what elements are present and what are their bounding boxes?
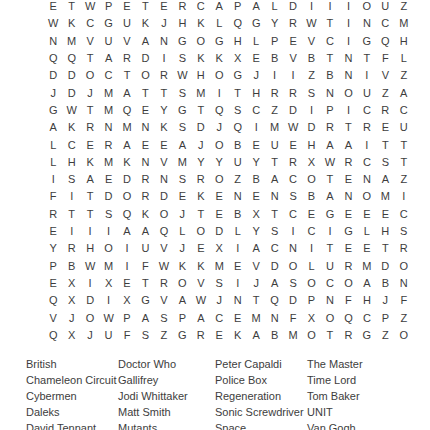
- grid-cell: C: [358, 309, 376, 326]
- grid-cell: C: [62, 136, 80, 153]
- grid-cell: C: [321, 33, 339, 50]
- grid-cell: W: [81, 257, 99, 274]
- word-list-item: Peter Capaldi: [215, 356, 307, 372]
- grid-cell: T: [81, 206, 99, 223]
- grid-cell: A: [118, 223, 136, 240]
- grid-cell: G: [358, 33, 376, 50]
- grid-cell: I: [284, 223, 302, 240]
- grid-cell: E: [376, 119, 394, 136]
- grid-cell: Q: [155, 223, 173, 240]
- grid-cell: R: [321, 119, 339, 136]
- grid-cell: J: [210, 292, 228, 309]
- grid-cell: B: [265, 50, 283, 67]
- grid-cell: F: [395, 292, 413, 309]
- grid-cell: R: [376, 102, 394, 119]
- grid-cell: Y: [247, 154, 265, 171]
- grid-cell: M: [118, 119, 136, 136]
- grid-cell: J: [155, 15, 173, 32]
- grid-cell: Q: [229, 119, 247, 136]
- grid-cell: U: [265, 136, 283, 153]
- grid-cell: M: [99, 257, 117, 274]
- grid-cell: Q: [118, 102, 136, 119]
- word-list-item: British: [26, 356, 118, 372]
- grid-cell: Z: [155, 327, 173, 344]
- grid-cell: T: [395, 136, 413, 153]
- grid-cell: N: [229, 188, 247, 205]
- grid-cell: T: [339, 119, 357, 136]
- word-search-grid: ETWPETERCAPALDIIIOUZWKCGUKJHKLQGYRWTINCM…: [44, 0, 413, 344]
- grid-cell: R: [155, 67, 173, 84]
- grid-cell: G: [210, 33, 228, 50]
- grid-cell: E: [136, 102, 154, 119]
- grid-cell: B: [247, 171, 265, 188]
- grid-cell: M: [265, 119, 283, 136]
- grid-cell: O: [155, 206, 173, 223]
- grid-cell: F: [376, 50, 394, 67]
- grid-cell: I: [99, 223, 117, 240]
- grid-cell: U: [321, 257, 339, 274]
- grid-cell: I: [44, 171, 62, 188]
- grid-cell: E: [339, 206, 357, 223]
- grid-cell: S: [173, 84, 191, 101]
- grid-cell: G: [99, 15, 117, 32]
- grid-cell: L: [395, 50, 413, 67]
- grid-cell: M: [358, 257, 376, 274]
- grid-cell: H: [192, 67, 210, 84]
- grid-cell: W: [81, 0, 99, 15]
- grid-cell: E: [155, 136, 173, 153]
- grid-cell: O: [339, 275, 357, 292]
- grid-cell: W: [155, 257, 173, 274]
- grid-cell: T: [155, 84, 173, 101]
- grid-cell: U: [358, 84, 376, 101]
- grid-cell: U: [99, 33, 117, 50]
- grid-cell: L: [358, 223, 376, 240]
- grid-cell: U: [118, 15, 136, 32]
- grid-cell: W: [173, 67, 191, 84]
- grid-cell: K: [136, 206, 154, 223]
- grid-cell: J: [247, 67, 265, 84]
- grid-cell: P: [229, 0, 247, 15]
- grid-cell: K: [118, 154, 136, 171]
- grid-cell: D: [62, 67, 80, 84]
- grid-cell: W: [192, 292, 210, 309]
- grid-cell: P: [173, 309, 191, 326]
- grid-cell: V: [192, 275, 210, 292]
- grid-cell: A: [118, 136, 136, 153]
- grid-cell: C: [284, 206, 302, 223]
- grid-cell: I: [339, 15, 357, 32]
- word-list-item: Jodi Whittaker: [118, 388, 215, 404]
- grid-cell: B: [229, 206, 247, 223]
- word-list-item: Time Lord: [307, 372, 430, 388]
- grid-cell: T: [62, 206, 80, 223]
- grid-cell: N: [265, 188, 283, 205]
- grid-cell: F: [118, 327, 136, 344]
- grid-cell: R: [192, 171, 210, 188]
- grid-cell: E: [247, 188, 265, 205]
- grid-cell: L: [302, 257, 320, 274]
- grid-cell: S: [173, 119, 191, 136]
- grid-cell: A: [136, 309, 154, 326]
- grid-cell: H: [247, 84, 265, 101]
- grid-cell: M: [284, 327, 302, 344]
- grid-cell: D: [284, 102, 302, 119]
- word-list-item: Mutants: [118, 421, 215, 430]
- grid-cell: N: [44, 33, 62, 50]
- grid-cell: O: [210, 67, 228, 84]
- grid-cell: O: [81, 67, 99, 84]
- grid-cell: P: [302, 292, 320, 309]
- grid-cell: G: [229, 67, 247, 84]
- grid-cell: X: [302, 154, 320, 171]
- grid-cell: M: [376, 188, 394, 205]
- grid-cell: I: [62, 223, 80, 240]
- grid-cell: F: [44, 188, 62, 205]
- grid-cell: N: [321, 292, 339, 309]
- grid-cell: G: [173, 102, 191, 119]
- word-list-item: Regeneration: [215, 388, 307, 404]
- grid-cell: W: [99, 309, 117, 326]
- grid-cell: O: [136, 67, 154, 84]
- grid-cell: W: [62, 102, 80, 119]
- grid-cell: O: [173, 275, 191, 292]
- grid-cell: W: [44, 15, 62, 32]
- grid-cell: H: [358, 292, 376, 309]
- grid-cell: Q: [265, 292, 283, 309]
- word-list-item: Sonic Screwdriver: [215, 405, 307, 421]
- grid-cell: Y: [192, 154, 210, 171]
- grid-cell: E: [155, 0, 173, 15]
- word-list-item: Chameleon Circuit: [26, 372, 118, 388]
- grid-cell: T: [321, 327, 339, 344]
- grid-cell: Q: [44, 327, 62, 344]
- word-list-item: Police Box: [215, 372, 307, 388]
- grid-cell: O: [99, 240, 117, 257]
- grid-cell: N: [155, 33, 173, 50]
- grid-cell: R: [99, 136, 117, 153]
- grid-cell: Q: [62, 50, 80, 67]
- grid-cell: G: [321, 206, 339, 223]
- grid-cell: T: [81, 50, 99, 67]
- grid-cell: C: [358, 154, 376, 171]
- grid-cell: E: [210, 327, 228, 344]
- grid-cell: R: [136, 188, 154, 205]
- grid-cell: K: [210, 50, 228, 67]
- grid-cell: E: [247, 50, 265, 67]
- grid-cell: G: [339, 223, 357, 240]
- grid-cell: T: [321, 240, 339, 257]
- grid-cell: K: [81, 154, 99, 171]
- grid-cell: S: [395, 223, 413, 240]
- grid-cell: E: [358, 240, 376, 257]
- grid-cell: X: [62, 275, 80, 292]
- grid-cell: Q: [229, 15, 247, 32]
- grid-cell: E: [81, 136, 99, 153]
- grid-cell: V: [155, 240, 173, 257]
- grid-cell: P: [321, 102, 339, 119]
- grid-cell: O: [118, 188, 136, 205]
- grid-cell: C: [265, 240, 283, 257]
- grid-cell: O: [302, 275, 320, 292]
- grid-cell: S: [265, 223, 283, 240]
- grid-cell: T: [136, 84, 154, 101]
- grid-cell: H: [62, 154, 80, 171]
- grid-cell: J: [44, 84, 62, 101]
- grid-cell: F: [136, 257, 154, 274]
- grid-cell: E: [44, 223, 62, 240]
- grid-cell: O: [210, 171, 228, 188]
- grid-cell: H: [376, 223, 394, 240]
- grid-cell: C: [395, 206, 413, 223]
- grid-cell: C: [376, 15, 394, 32]
- grid-cell: E: [99, 171, 117, 188]
- grid-cell: W: [302, 15, 320, 32]
- grid-cell: R: [173, 0, 191, 15]
- word-list-item: Daleks: [26, 405, 118, 421]
- grid-cell: A: [247, 327, 265, 344]
- grid-cell: V: [247, 257, 265, 274]
- grid-cell: Q: [118, 206, 136, 223]
- grid-cell: I: [302, 102, 320, 119]
- grid-cell: D: [302, 119, 320, 136]
- grid-cell: M: [99, 154, 117, 171]
- grid-cell: B: [376, 275, 394, 292]
- grid-cell: R: [62, 240, 80, 257]
- grid-cell: K: [62, 119, 80, 136]
- grid-cell: T: [376, 136, 394, 153]
- grid-cell: U: [376, 0, 394, 15]
- grid-cell: L: [210, 15, 228, 32]
- grid-cell: J: [173, 240, 191, 257]
- grid-cell: A: [376, 171, 394, 188]
- grid-cell: R: [284, 15, 302, 32]
- grid-cell: B: [265, 327, 283, 344]
- grid-cell: J: [247, 275, 265, 292]
- grid-cell: U: [99, 327, 117, 344]
- grid-cell: M: [99, 102, 117, 119]
- grid-cell: R: [339, 154, 357, 171]
- grid-cell: I: [302, 240, 320, 257]
- grid-cell: S: [62, 171, 80, 188]
- grid-cell: N: [284, 240, 302, 257]
- grid-cell: I: [284, 67, 302, 84]
- grid-cell: W: [284, 119, 302, 136]
- grid-cell: L: [265, 0, 283, 15]
- grid-cell: V: [81, 33, 99, 50]
- grid-cell: Z: [376, 327, 394, 344]
- grid-cell: C: [302, 223, 320, 240]
- grid-cell: V: [118, 33, 136, 50]
- grid-cell: A: [136, 33, 154, 50]
- grid-cell: I: [118, 240, 136, 257]
- grid-cell: S: [136, 327, 154, 344]
- grid-cell: R: [136, 171, 154, 188]
- grid-cell: O: [302, 327, 320, 344]
- grid-cell: P: [376, 309, 394, 326]
- word-list-item: Doctor Who: [118, 356, 215, 372]
- grid-cell: S: [173, 171, 191, 188]
- grid-cell: A: [358, 275, 376, 292]
- grid-cell: M: [192, 84, 210, 101]
- grid-cell: L: [173, 223, 191, 240]
- grid-cell: I: [155, 50, 173, 67]
- grid-cell: R: [265, 84, 283, 101]
- grid-cell: X: [210, 240, 228, 257]
- grid-cell: O: [358, 188, 376, 205]
- grid-cell: H: [395, 33, 413, 50]
- grid-cell: R: [284, 154, 302, 171]
- grid-cell: X: [247, 206, 265, 223]
- grid-cell: F: [339, 292, 357, 309]
- grid-cell: T: [118, 67, 136, 84]
- grid-cell: E: [339, 171, 357, 188]
- grid-cell: T: [81, 188, 99, 205]
- grid-cell: N: [265, 309, 283, 326]
- grid-cell: N: [339, 67, 357, 84]
- grid-cell: K: [173, 257, 191, 274]
- grid-cell: N: [99, 119, 117, 136]
- grid-cell: M: [395, 15, 413, 32]
- grid-cell: T: [321, 15, 339, 32]
- grid-cell: D: [99, 188, 117, 205]
- word-list-item: Gallifrey: [118, 372, 215, 388]
- grid-cell: T: [376, 240, 394, 257]
- grid-cell: L: [229, 223, 247, 240]
- grid-cell: C: [99, 67, 117, 84]
- grid-cell: I: [358, 136, 376, 153]
- grid-cell: B: [62, 257, 80, 274]
- grid-cell: B: [302, 50, 320, 67]
- grid-cell: H: [302, 136, 320, 153]
- grid-cell: U: [395, 119, 413, 136]
- grid-cell: T: [62, 0, 80, 15]
- grid-cell: C: [284, 171, 302, 188]
- grid-cell: R: [395, 240, 413, 257]
- grid-cell: M: [62, 33, 80, 50]
- grid-cell: K: [229, 327, 247, 344]
- grid-cell: E: [210, 206, 228, 223]
- grid-cell: A: [136, 223, 154, 240]
- grid-cell: L: [247, 33, 265, 50]
- grid-cell: V: [155, 292, 173, 309]
- grid-cell: E: [229, 257, 247, 274]
- grid-cell: C: [358, 102, 376, 119]
- grid-cell: X: [62, 292, 80, 309]
- grid-cell: B: [321, 67, 339, 84]
- grid-cell: E: [118, 0, 136, 15]
- grid-cell: T: [136, 275, 154, 292]
- grid-cell: C: [395, 102, 413, 119]
- grid-cell: V: [44, 309, 62, 326]
- grid-cell: R: [81, 119, 99, 136]
- grid-cell: Z: [229, 171, 247, 188]
- grid-cell: E: [358, 206, 376, 223]
- grid-cell: X: [229, 50, 247, 67]
- grid-cell: N: [395, 275, 413, 292]
- grid-cell: O: [395, 257, 413, 274]
- grid-cell: O: [358, 0, 376, 15]
- grid-cell: Q: [44, 292, 62, 309]
- grid-cell: F: [284, 309, 302, 326]
- grid-cell: H: [173, 15, 191, 32]
- grid-cell: I: [210, 84, 228, 101]
- grid-cell: C: [192, 0, 210, 15]
- grid-cell: E: [192, 240, 210, 257]
- grid-cell: K: [192, 188, 210, 205]
- grid-cell: H: [81, 240, 99, 257]
- grid-cell: A: [321, 188, 339, 205]
- grid-cell: M: [210, 257, 228, 274]
- word-list-item: The Master: [307, 356, 430, 372]
- grid-cell: N: [136, 154, 154, 171]
- grid-cell: N: [358, 15, 376, 32]
- grid-cell: D: [284, 0, 302, 15]
- grid-cell: O: [210, 136, 228, 153]
- grid-cell: R: [192, 327, 210, 344]
- grid-cell: T: [358, 50, 376, 67]
- grid-cell: I: [321, 223, 339, 240]
- grid-cell: O: [302, 171, 320, 188]
- grid-cell: A: [173, 292, 191, 309]
- grid-cell: I: [395, 188, 413, 205]
- grid-cell: D: [376, 257, 394, 274]
- grid-cell: O: [192, 33, 210, 50]
- grid-cell: K: [192, 15, 210, 32]
- grid-cell: A: [265, 275, 283, 292]
- word-list-item: Cybermen: [26, 388, 118, 404]
- grid-cell: E: [44, 275, 62, 292]
- grid-cell: K: [62, 15, 80, 32]
- grid-cell: G: [136, 292, 154, 309]
- grid-cell: V: [155, 154, 173, 171]
- grid-cell: S: [376, 154, 394, 171]
- grid-cell: W: [321, 154, 339, 171]
- grid-cell: A: [247, 0, 265, 15]
- grid-cell: Q: [339, 309, 357, 326]
- grid-cell: D: [44, 67, 62, 84]
- grid-cell: I: [302, 0, 320, 15]
- grid-cell: A: [339, 136, 357, 153]
- grid-cell: I: [321, 0, 339, 15]
- word-list-item: David Tennant: [26, 421, 118, 430]
- grid-cell: Y: [210, 154, 228, 171]
- grid-cell: O: [339, 84, 357, 101]
- grid-cell: G: [173, 33, 191, 50]
- grid-cell: P: [265, 33, 283, 50]
- grid-cell: D: [62, 84, 80, 101]
- grid-cell: Z: [395, 309, 413, 326]
- grid-cell: R: [155, 275, 173, 292]
- grid-cell: V: [302, 33, 320, 50]
- grid-cell: E: [339, 240, 357, 257]
- grid-cell: C: [81, 15, 99, 32]
- grid-cell: G: [358, 327, 376, 344]
- word-list-item: UNIT: [307, 405, 430, 421]
- grid-cell: I: [358, 67, 376, 84]
- grid-cell: C: [210, 309, 228, 326]
- grid-cell: T: [265, 206, 283, 223]
- grid-cell: N: [339, 50, 357, 67]
- grid-cell: R: [339, 327, 357, 344]
- word-list-item: Tom Baker: [307, 388, 430, 404]
- grid-cell: E: [229, 309, 247, 326]
- grid-cell: U: [229, 154, 247, 171]
- grid-cell: S: [155, 309, 173, 326]
- grid-cell: K: [155, 119, 173, 136]
- grid-cell: V: [376, 67, 394, 84]
- grid-cell: A: [265, 171, 283, 188]
